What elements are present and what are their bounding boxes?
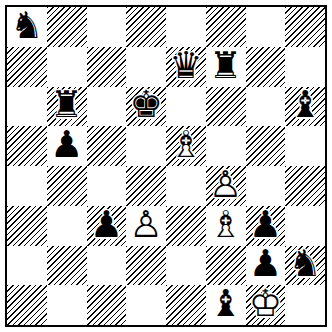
black-pawn-icon: ♟ [249, 246, 282, 283]
square-a2[interactable] [7, 246, 47, 286]
white-pawn-icon: ♙ [130, 206, 163, 243]
black-bishop-icon: ♝ [209, 286, 242, 323]
square-f1[interactable]: ♝ [206, 285, 246, 325]
square-f3[interactable]: ♝♗ [206, 206, 246, 246]
square-h1[interactable] [285, 285, 325, 325]
square-g4[interactable] [246, 166, 286, 206]
piece-black-knight[interactable]: ♞ [7, 7, 47, 47]
square-d8[interactable] [126, 7, 166, 47]
piece-black-bishop[interactable]: ♝ [206, 285, 246, 325]
square-g7[interactable] [246, 47, 286, 87]
square-e8[interactable] [166, 7, 206, 47]
white-bishop-icon: ♗ [169, 127, 202, 164]
square-e2[interactable] [166, 246, 206, 286]
square-f4[interactable]: ♟♙ [206, 166, 246, 206]
black-bishop-icon: ♝ [289, 87, 322, 124]
black-knight-icon: ♞ [289, 246, 322, 283]
square-c3[interactable]: ♟ [87, 206, 127, 246]
white-king-icon: ♔ [249, 286, 282, 323]
square-h4[interactable] [285, 166, 325, 206]
square-f6[interactable] [206, 87, 246, 127]
square-f2[interactable] [206, 246, 246, 286]
piece-black-pawn[interactable]: ♟ [47, 126, 87, 166]
square-h6[interactable]: ♝ [285, 87, 325, 127]
square-a5[interactable] [7, 126, 47, 166]
square-a6[interactable] [7, 87, 47, 127]
piece-black-rook[interactable]: ♜ [206, 47, 246, 87]
piece-white-pawn[interactable]: ♟♙ [126, 206, 166, 246]
square-c4[interactable] [87, 166, 127, 206]
black-rook-icon: ♜ [50, 87, 83, 124]
square-h3[interactable] [285, 206, 325, 246]
square-d1[interactable] [126, 285, 166, 325]
square-a3[interactable] [7, 206, 47, 246]
black-pawn-icon: ♟ [249, 206, 282, 243]
square-b7[interactable] [47, 47, 87, 87]
square-c2[interactable] [87, 246, 127, 286]
piece-black-king[interactable]: ♚ [126, 87, 166, 127]
square-b5[interactable]: ♟ [47, 126, 87, 166]
black-knight-icon: ♞ [10, 7, 43, 44]
piece-white-bishop[interactable]: ♝♗ [166, 126, 206, 166]
white-bishop-icon: ♗ [209, 206, 242, 243]
square-d4[interactable] [126, 166, 166, 206]
square-h7[interactable] [285, 47, 325, 87]
black-king-icon: ♚ [130, 87, 163, 124]
board-frame: ♞♛♜♜♚♝♟♝♗♟♙♟♟♙♝♗♟♟♞♝♚♔ [5, 5, 327, 327]
square-h8[interactable] [285, 7, 325, 47]
piece-white-king[interactable]: ♚♔ [246, 285, 286, 325]
piece-black-knight[interactable]: ♞ [285, 246, 325, 286]
piece-black-bishop[interactable]: ♝ [285, 87, 325, 127]
square-c6[interactable] [87, 87, 127, 127]
square-b8[interactable] [47, 7, 87, 47]
square-d5[interactable] [126, 126, 166, 166]
square-g3[interactable]: ♟ [246, 206, 286, 246]
square-e4[interactable] [166, 166, 206, 206]
square-b4[interactable] [47, 166, 87, 206]
square-b6[interactable]: ♜ [47, 87, 87, 127]
square-c1[interactable] [87, 285, 127, 325]
square-f7[interactable]: ♜ [206, 47, 246, 87]
square-d7[interactable] [126, 47, 166, 87]
black-pawn-icon: ♟ [50, 127, 83, 164]
square-d2[interactable] [126, 246, 166, 286]
square-c5[interactable] [87, 126, 127, 166]
square-b2[interactable] [47, 246, 87, 286]
square-g2[interactable]: ♟ [246, 246, 286, 286]
square-g8[interactable] [246, 7, 286, 47]
square-g6[interactable] [246, 87, 286, 127]
white-pawn-icon: ♙ [209, 166, 242, 203]
square-a7[interactable] [7, 47, 47, 87]
piece-black-pawn[interactable]: ♟ [87, 206, 127, 246]
square-f8[interactable] [206, 7, 246, 47]
square-d6[interactable]: ♚ [126, 87, 166, 127]
square-g1[interactable]: ♚♔ [246, 285, 286, 325]
black-pawn-icon: ♟ [90, 206, 123, 243]
black-queen-icon: ♛ [169, 47, 202, 84]
piece-black-pawn[interactable]: ♟ [246, 246, 286, 286]
square-g5[interactable] [246, 126, 286, 166]
chess-diagram: ♞♛♜♜♚♝♟♝♗♟♙♟♟♙♝♗♟♟♞♝♚♔ [0, 0, 332, 332]
square-b1[interactable] [47, 285, 87, 325]
square-d3[interactable]: ♟♙ [126, 206, 166, 246]
black-rook-icon: ♜ [209, 47, 242, 84]
piece-white-bishop[interactable]: ♝♗ [206, 206, 246, 246]
square-e1[interactable] [166, 285, 206, 325]
square-b3[interactable] [47, 206, 87, 246]
square-a8[interactable]: ♞ [7, 7, 47, 47]
square-a4[interactable] [7, 166, 47, 206]
piece-white-pawn[interactable]: ♟♙ [206, 166, 246, 206]
chess-board: ♞♛♜♜♚♝♟♝♗♟♙♟♟♙♝♗♟♟♞♝♚♔ [7, 7, 325, 325]
square-e7[interactable]: ♛ [166, 47, 206, 87]
square-e5[interactable]: ♝♗ [166, 126, 206, 166]
square-h5[interactable] [285, 126, 325, 166]
piece-black-queen[interactable]: ♛ [166, 47, 206, 87]
square-f5[interactable] [206, 126, 246, 166]
square-c8[interactable] [87, 7, 127, 47]
square-e3[interactable] [166, 206, 206, 246]
square-h2[interactable]: ♞ [285, 246, 325, 286]
square-c7[interactable] [87, 47, 127, 87]
square-e6[interactable] [166, 87, 206, 127]
piece-black-pawn[interactable]: ♟ [246, 206, 286, 246]
piece-black-rook[interactable]: ♜ [47, 87, 87, 127]
square-a1[interactable] [7, 285, 47, 325]
